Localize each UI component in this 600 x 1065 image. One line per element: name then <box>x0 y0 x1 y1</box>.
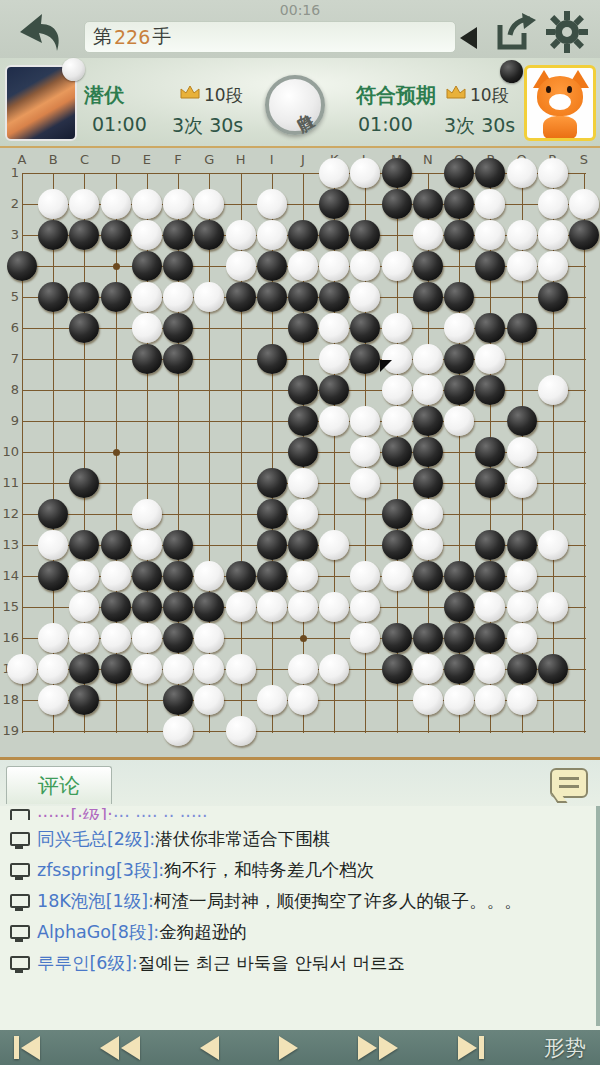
stone-A17[interactable] <box>7 654 37 684</box>
row-label-1: 1 <box>1 165 19 180</box>
stone-M14[interactable] <box>382 561 412 591</box>
stone-F2[interactable] <box>163 189 193 219</box>
stone-N17[interactable] <box>413 654 443 684</box>
stone-E14[interactable] <box>132 561 162 591</box>
fox-go-app: { "game": "go", "position": { "format": … <box>0 0 600 1065</box>
row-label-8: 8 <box>1 382 19 397</box>
right-player-periods: 3次 30s <box>444 113 515 139</box>
stone-N16[interactable] <box>413 623 443 653</box>
move-number: 226 <box>112 26 152 48</box>
fox-body-icon <box>543 116 577 140</box>
comment-body: 절예는 최근 바둑을 안둬서 머르죠 <box>138 953 405 973</box>
stone-S2[interactable] <box>569 189 599 219</box>
stone-I13[interactable] <box>257 530 287 560</box>
comment-text: 18K泡泡[1级]:柯渣一局封神，顺便掏空了许多人的银子。。。 <box>37 889 521 913</box>
step-backward-button[interactable] <box>200 1036 219 1060</box>
message-bubble-icon[interactable] <box>550 768 588 798</box>
stone-J11[interactable] <box>288 468 318 498</box>
stone-R1[interactable] <box>538 158 568 188</box>
stone-Q17[interactable] <box>507 654 537 684</box>
comments-panel: 评论 ······[·级]:··· ···· ·· ·····同兴毛总[2级]:… <box>0 760 600 1030</box>
settings-button[interactable] <box>546 11 590 53</box>
stone-N3[interactable] <box>413 220 443 250</box>
monitor-icon <box>10 894 30 908</box>
stone-M10[interactable] <box>382 437 412 467</box>
comment-body: 潜伏你非常适合下围棋 <box>155 829 330 849</box>
stone-O18[interactable] <box>444 685 474 715</box>
star-point-J16 <box>300 635 307 642</box>
comment-row-0[interactable]: ······[·级]:··· ···· ·· ····· <box>10 806 594 820</box>
stone-K7[interactable] <box>319 344 349 374</box>
stone-R3[interactable] <box>538 220 568 250</box>
stone-J6[interactable] <box>288 313 318 343</box>
move-label-suffix: 手 <box>152 24 171 50</box>
stone-I3[interactable] <box>257 220 287 250</box>
comment-row-2[interactable]: zfsspring[3段]:狗不行，和特务差几个档次 <box>10 858 594 882</box>
stone-R13[interactable] <box>538 530 568 560</box>
col-label-E: E <box>137 152 157 167</box>
stone-I11[interactable] <box>257 468 287 498</box>
stone-F6[interactable] <box>163 313 193 343</box>
stone-O7[interactable] <box>444 344 474 374</box>
comment-text: 同兴毛总[2级]:潜伏你非常适合下围棋 <box>37 827 330 851</box>
stone-J13[interactable] <box>288 530 318 560</box>
stone-D16[interactable] <box>101 623 131 653</box>
stone-H17[interactable] <box>226 654 256 684</box>
stone-N5[interactable] <box>413 282 443 312</box>
stone-K17[interactable] <box>319 654 349 684</box>
row-label-19: 19 <box>1 723 19 738</box>
row-label-9: 9 <box>1 413 19 428</box>
col-label-C: C <box>74 152 94 167</box>
comment-body: ··· ···· ·· ····· <box>113 806 208 820</box>
stone-R17[interactable] <box>538 654 568 684</box>
stone-M7[interactable] <box>382 344 412 374</box>
stone-J15[interactable] <box>288 592 318 622</box>
stone-J12[interactable] <box>288 499 318 529</box>
stone-J10[interactable] <box>288 437 318 467</box>
comment-row-3[interactable]: 18K泡泡[1级]:柯渣一局封神，顺便掏空了许多人的银子。。。 <box>10 889 594 913</box>
gear-icon <box>546 11 590 53</box>
stone-N8[interactable] <box>413 375 443 405</box>
stone-H14[interactable] <box>226 561 256 591</box>
row-label-5: 5 <box>1 289 19 304</box>
stone-J17[interactable] <box>288 654 318 684</box>
comment-text: zfsspring[3段]:狗不行，和特务差几个档次 <box>37 858 374 882</box>
stone-D13[interactable] <box>101 530 131 560</box>
stone-O8[interactable] <box>444 375 474 405</box>
stone-I7[interactable] <box>257 344 287 374</box>
right-player-rank: 10段 <box>470 84 509 107</box>
stone-H5[interactable] <box>226 282 256 312</box>
row-label-10: 10 <box>1 444 19 459</box>
stone-O1[interactable] <box>444 158 474 188</box>
stone-D5[interactable] <box>101 282 131 312</box>
stone-O14[interactable] <box>444 561 474 591</box>
comment-username: ······[·级]: <box>37 806 113 820</box>
stone-D2[interactable] <box>101 189 131 219</box>
stone-N18[interactable] <box>413 685 443 715</box>
stone-N2[interactable] <box>413 189 443 219</box>
playback-bar: 形势 <box>0 1030 600 1065</box>
stone-E2[interactable] <box>132 189 162 219</box>
stone-M16[interactable] <box>382 623 412 653</box>
back-button[interactable] <box>12 12 64 52</box>
right-player-time: 01:00 <box>358 113 413 135</box>
comment-row-5[interactable]: 루루인[6级]:절예는 최근 바둑을 안둬서 머르죠 <box>10 951 594 975</box>
left-player-periods: 3次 30s <box>172 113 243 139</box>
comment-text: AlphaGo[8段]:金狗超逊的 <box>37 920 247 944</box>
left-player-name: 潜伏 <box>84 82 124 109</box>
stone-H4[interactable] <box>226 251 256 281</box>
stone-D14[interactable] <box>101 561 131 591</box>
stone-H3[interactable] <box>226 220 256 250</box>
comments-tab-label: 评论 <box>38 772 80 800</box>
comment-row-4[interactable]: AlphaGo[8段]:金狗超逊的 <box>10 920 594 944</box>
stone-Q1[interactable] <box>507 158 537 188</box>
prev-move-triangle-icon[interactable] <box>460 27 477 49</box>
stone-H15[interactable] <box>226 592 256 622</box>
stone-O15[interactable] <box>444 592 474 622</box>
stone-F18[interactable] <box>163 685 193 715</box>
row-label-13: 13 <box>1 537 19 552</box>
stone-K4[interactable] <box>319 251 349 281</box>
stone-J3[interactable] <box>288 220 318 250</box>
left-player-time: 01:00 <box>92 113 147 135</box>
stone-O2[interactable] <box>444 189 474 219</box>
row-label-2: 2 <box>1 196 19 211</box>
stone-I14[interactable] <box>257 561 287 591</box>
stone-E17[interactable] <box>132 654 162 684</box>
row-label-11: 11 <box>1 475 19 490</box>
stone-N13[interactable] <box>413 530 443 560</box>
stone-Q16[interactable] <box>507 623 537 653</box>
stone-K3[interactable] <box>319 220 349 250</box>
stone-I18[interactable] <box>257 685 287 715</box>
stone-M9[interactable] <box>382 406 412 436</box>
fast-forward-button[interactable] <box>358 1036 398 1060</box>
stone-N9[interactable] <box>413 406 443 436</box>
col-label-N: N <box>418 152 438 167</box>
stone-Q9[interactable] <box>507 406 537 436</box>
stone-R4[interactable] <box>538 251 568 281</box>
right-player-name: 符合预期 <box>356 82 436 109</box>
stone-J8[interactable] <box>288 375 318 405</box>
stone-O5[interactable] <box>444 282 474 312</box>
row-label-14: 14 <box>1 568 19 583</box>
stone-J5[interactable] <box>288 282 318 312</box>
stone-E16[interactable] <box>132 623 162 653</box>
fox-eye <box>567 86 572 93</box>
tab-comments[interactable]: 评论 <box>6 766 112 804</box>
result-button[interactable]: 白胜 <box>265 75 325 135</box>
comment-username: 同兴毛总[2级]: <box>37 829 155 849</box>
stone-F14[interactable] <box>163 561 193 591</box>
result-label: 白胜 <box>285 98 305 111</box>
comment-username: 루루인[6级]: <box>37 953 138 973</box>
stone-M17[interactable] <box>382 654 412 684</box>
stone-K9[interactable] <box>319 406 349 436</box>
stone-E7[interactable] <box>132 344 162 374</box>
comment-list[interactable]: ······[·级]:··· ···· ·· ·····同兴毛总[2级]:潜伏你… <box>0 806 600 1030</box>
stone-R8[interactable] <box>538 375 568 405</box>
stone-E15[interactable] <box>132 592 162 622</box>
stone-K6[interactable] <box>319 313 349 343</box>
monitor-icon <box>10 956 30 970</box>
col-label-H: H <box>231 152 251 167</box>
col-label-D: D <box>106 152 126 167</box>
comment-text: 루루인[6级]:절예는 최근 바둑을 안둬서 머르죠 <box>37 951 405 975</box>
stone-J4[interactable] <box>288 251 318 281</box>
stone-M4[interactable] <box>382 251 412 281</box>
stone-M8[interactable] <box>382 375 412 405</box>
right-crown-icon <box>446 85 466 101</box>
stone-S3[interactable] <box>569 220 599 250</box>
stone-J9[interactable] <box>288 406 318 436</box>
stone-F4[interactable] <box>163 251 193 281</box>
stone-K13[interactable] <box>319 530 349 560</box>
stone-E4[interactable] <box>132 251 162 281</box>
stone-Q11[interactable] <box>507 468 537 498</box>
player-info-bar: 潜伏 10段 01:00 3次 30s 白胜 符合预期 10段 01:00 3次… <box>0 58 600 148</box>
stone-E5[interactable] <box>132 282 162 312</box>
col-label-I: I <box>262 152 282 167</box>
stone-I15[interactable] <box>257 592 287 622</box>
stone-I5[interactable] <box>257 282 287 312</box>
comments-scrollbar[interactable] <box>596 806 600 1026</box>
stone-Q3[interactable] <box>507 220 537 250</box>
stone-E12[interactable] <box>132 499 162 529</box>
left-crown-icon <box>180 85 200 101</box>
share-icon <box>494 13 538 51</box>
comment-body: 柯渣一局封神，顺便掏空了许多人的银子。。。 <box>154 891 522 911</box>
stone-F7[interactable] <box>163 344 193 374</box>
step-last-button[interactable] <box>458 1036 484 1060</box>
fox-snout <box>549 94 571 110</box>
stone-K15[interactable] <box>319 592 349 622</box>
stone-Q4[interactable] <box>507 251 537 281</box>
right-player-black-stone-icon <box>500 60 523 83</box>
share-button[interactable] <box>494 13 538 51</box>
comment-username: zfsspring[3段]: <box>37 860 164 880</box>
step-first-button[interactable] <box>14 1036 40 1060</box>
stone-K5[interactable] <box>319 282 349 312</box>
stone-O16[interactable] <box>444 623 474 653</box>
stone-Q14[interactable] <box>507 561 537 591</box>
left-player-white-stone-icon <box>62 58 85 81</box>
stone-N7[interactable] <box>413 344 443 374</box>
col-label-B: B <box>43 152 63 167</box>
stone-Q15[interactable] <box>507 592 537 622</box>
stone-M12[interactable] <box>382 499 412 529</box>
monitor-icon <box>10 809 30 820</box>
stone-R5[interactable] <box>538 282 568 312</box>
row-label-15: 15 <box>1 599 19 614</box>
stone-F19[interactable] <box>163 716 193 746</box>
comment-body: 金狗超逊的 <box>159 922 247 942</box>
stone-R2[interactable] <box>538 189 568 219</box>
stone-M2[interactable] <box>382 189 412 219</box>
fast-backward-button[interactable] <box>100 1036 140 1060</box>
row-label-7: 7 <box>1 351 19 366</box>
move-number-display[interactable]: 第 226 手 <box>84 21 456 53</box>
monitor-icon <box>10 925 30 939</box>
monitor-icon <box>10 863 30 877</box>
stone-Q13[interactable] <box>507 530 537 560</box>
stone-Q6[interactable] <box>507 313 537 343</box>
top-bar: 00:16 第 226 手 <box>0 0 600 58</box>
stone-I12[interactable] <box>257 499 287 529</box>
col-label-S: S <box>574 152 594 167</box>
col-label-F: F <box>168 152 188 167</box>
row-label-6: 6 <box>1 320 19 335</box>
stone-D15[interactable] <box>101 592 131 622</box>
stone-O3[interactable] <box>444 220 474 250</box>
comment-body: 狗不行，和特务差几个档次 <box>164 860 374 880</box>
right-player-avatar[interactable] <box>524 65 596 141</box>
stone-N4[interactable] <box>413 251 443 281</box>
stone-I4[interactable] <box>257 251 287 281</box>
monitor-icon <box>10 832 30 846</box>
move-label-prefix: 第 <box>93 24 112 50</box>
stone-E13[interactable] <box>132 530 162 560</box>
back-arrow-icon <box>12 12 64 52</box>
comment-username: AlphaGo[8段]: <box>37 922 159 942</box>
col-label-G: G <box>199 152 219 167</box>
fox-face-icon <box>537 76 583 116</box>
stone-O6[interactable] <box>444 313 474 343</box>
stone-E6[interactable] <box>132 313 162 343</box>
stone-I2[interactable] <box>257 189 287 219</box>
stone-O17[interactable] <box>444 654 474 684</box>
stone-F15[interactable] <box>163 592 193 622</box>
stone-F3[interactable] <box>163 220 193 250</box>
comment-username: 18K泡泡[1级]: <box>37 891 154 911</box>
stone-D3[interactable] <box>101 220 131 250</box>
stone-M6[interactable] <box>382 313 412 343</box>
col-label-J: J <box>293 152 313 167</box>
stone-R15[interactable] <box>538 592 568 622</box>
stone-F13[interactable] <box>163 530 193 560</box>
stone-F16[interactable] <box>163 623 193 653</box>
stone-J18[interactable] <box>288 685 318 715</box>
stone-N11[interactable] <box>413 468 443 498</box>
stone-M1[interactable] <box>382 158 412 188</box>
row-label-3: 3 <box>1 227 19 242</box>
stone-K1[interactable] <box>319 158 349 188</box>
stone-M13[interactable] <box>382 530 412 560</box>
comment-row-1[interactable]: 同兴毛总[2级]:潜伏你非常适合下围棋 <box>10 827 594 851</box>
star-point-D10 <box>113 449 120 456</box>
stone-N12[interactable] <box>413 499 443 529</box>
stone-N14[interactable] <box>413 561 443 591</box>
stone-J14[interactable] <box>288 561 318 591</box>
stone-E3[interactable] <box>132 220 162 250</box>
go-board[interactable]: ABCDEFGHIJKLMNOPQRS123456789101112131415… <box>0 148 600 760</box>
stone-F17[interactable] <box>163 654 193 684</box>
stone-A4[interactable] <box>7 251 37 281</box>
fox-eye <box>546 86 551 93</box>
row-label-16: 16 <box>1 630 19 645</box>
bubble-tail <box>550 793 567 803</box>
stone-K8[interactable] <box>319 375 349 405</box>
row-label-12: 12 <box>1 506 19 521</box>
left-player-rank: 10段 <box>204 84 243 107</box>
star-point-D4 <box>113 263 120 270</box>
stone-O9[interactable] <box>444 406 474 436</box>
stone-H19[interactable] <box>226 716 256 746</box>
comment-text: ······[·级]:··· ···· ·· ····· <box>37 806 208 820</box>
stone-N10[interactable] <box>413 437 443 467</box>
stone-F5[interactable] <box>163 282 193 312</box>
stone-K2[interactable] <box>319 189 349 219</box>
row-label-18: 18 <box>1 692 19 707</box>
situation-button[interactable]: 形势 <box>544 1034 586 1062</box>
stone-Q18[interactable] <box>507 685 537 715</box>
step-forward-button[interactable] <box>279 1036 298 1060</box>
last-move-marker <box>380 360 392 372</box>
stone-D17[interactable] <box>101 654 131 684</box>
stone-Q10[interactable] <box>507 437 537 467</box>
